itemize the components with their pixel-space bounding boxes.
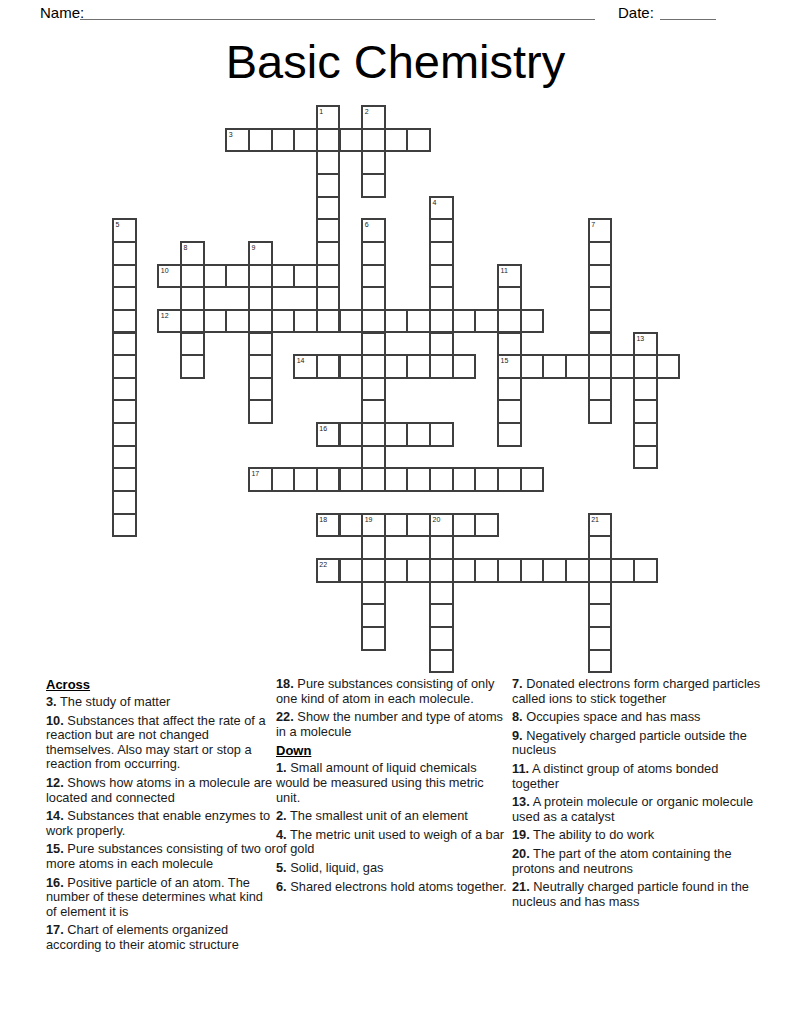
crossword-cell[interactable] (429, 467, 454, 492)
crossword-cell[interactable] (497, 332, 522, 357)
crossword-cell[interactable] (361, 150, 386, 175)
crossword-cell[interactable] (271, 264, 296, 289)
crossword-cell[interactable] (452, 354, 477, 379)
name-label: Name: (40, 4, 84, 21)
crossword-cell[interactable] (271, 309, 296, 334)
crossword-cell[interactable] (361, 377, 386, 402)
down-heading: Down (276, 743, 509, 758)
crossword-cell[interactable] (361, 399, 386, 424)
crossword-cell[interactable] (406, 422, 431, 447)
clue-13: 13. A protein molecule or organic molecu… (512, 795, 764, 824)
crossword-cell[interactable] (112, 332, 137, 357)
clue-7: 7. Donated electrons form charged partic… (512, 677, 764, 706)
crossword-cell[interactable] (361, 354, 386, 379)
clue-3: 3. The study of matter (46, 695, 276, 710)
crossword-cell[interactable] (520, 467, 545, 492)
crossword-cell[interactable] (316, 150, 341, 175)
crossword-cell[interactable] (316, 467, 341, 492)
crossword-cell[interactable] (384, 422, 409, 447)
crossword-cell[interactable] (474, 558, 499, 583)
crossword-cell[interactable] (588, 241, 613, 266)
crossword-cell[interactable] (588, 309, 613, 334)
cell-number: 9 (251, 244, 255, 251)
crossword-cell[interactable] (588, 399, 613, 424)
clue-6: 6. Shared electrons hold atoms together. (276, 880, 509, 895)
crossword-cell[interactable] (633, 354, 658, 379)
crossword-cell[interactable] (406, 513, 431, 538)
crossword-cell[interactable] (588, 603, 613, 628)
crossword-cell[interactable] (293, 309, 318, 334)
crossword-cell[interactable] (361, 581, 386, 606)
crossword-cell[interactable] (248, 377, 273, 402)
crossword-cell[interactable] (271, 467, 296, 492)
crossword-cell[interactable] (361, 422, 386, 447)
crossword-cell[interactable] (452, 513, 477, 538)
crossword-cell[interactable] (429, 558, 454, 583)
crossword-cell[interactable] (429, 354, 454, 379)
clue-17: 17. Chart of elements organized accordin… (46, 923, 276, 952)
clue-1: 1. Small amount of liquid chemicals woul… (276, 761, 509, 805)
cell-number: 20 (433, 516, 441, 523)
crossword-cell[interactable] (316, 218, 341, 243)
crossword-cell[interactable] (361, 332, 386, 357)
cell-number: 16 (319, 425, 327, 432)
crossword-cell[interactable] (361, 264, 386, 289)
crossword-cell[interactable] (497, 286, 522, 311)
crossword-cell[interactable] (429, 286, 454, 311)
clue-19: 19. The ability to do work (512, 828, 764, 843)
cell-number: 18 (319, 516, 327, 523)
crossword-cell[interactable] (112, 445, 137, 470)
cell-number: 19 (365, 516, 373, 523)
crossword-cell[interactable] (361, 445, 386, 470)
clue-4: 4. The metric unit used to weigh of a ba… (276, 828, 509, 857)
crossword-cell[interactable] (588, 332, 613, 357)
crossword-cell[interactable] (248, 128, 273, 153)
crossword-cell[interactable] (248, 399, 273, 424)
cell-number: 4 (433, 199, 437, 206)
crossword-cell[interactable] (361, 128, 386, 153)
crossword-cell[interactable] (429, 422, 454, 447)
crossword-cell[interactable] (271, 128, 296, 153)
clue-column: Across3. The study of matter10. Substanc… (46, 677, 276, 957)
crossword-cell[interactable] (180, 264, 205, 289)
crossword-cell[interactable] (474, 309, 499, 334)
crossword-cell[interactable] (384, 558, 409, 583)
crossword-cell[interactable] (112, 490, 137, 515)
crossword-cell[interactable] (474, 513, 499, 538)
clue-15: 15. Pure substances consisting of two or… (46, 842, 276, 871)
crossword-cell[interactable] (497, 558, 522, 583)
clue-9: 9. Negatively charged particle outside t… (512, 729, 764, 758)
crossword-cell[interactable] (248, 286, 273, 311)
crossword-cell[interactable] (452, 309, 477, 334)
crossword-cell[interactable] (203, 264, 228, 289)
crossword-cell[interactable] (384, 467, 409, 492)
clue-16: 16. Positive particle of an atom. The nu… (46, 876, 276, 920)
crossword-cell[interactable] (316, 354, 341, 379)
crossword-cell[interactable] (316, 128, 341, 153)
crossword-cell[interactable] (384, 309, 409, 334)
crossword-cell[interactable] (112, 354, 137, 379)
crossword-cell[interactable] (429, 264, 454, 289)
crossword-cell[interactable] (633, 558, 658, 583)
crossword-cell[interactable] (497, 467, 522, 492)
crossword-cell[interactable] (361, 558, 386, 583)
crossword-cell[interactable] (497, 309, 522, 334)
crossword-cell[interactable] (610, 354, 635, 379)
crossword-cell[interactable] (429, 535, 454, 560)
crossword-cell[interactable] (339, 128, 364, 153)
crossword-cell[interactable] (361, 286, 386, 311)
clue-2: 2. The smallest unit of an element (276, 809, 509, 824)
clue-21: 21. Neutrally charged particle found in … (512, 880, 764, 909)
crossword-cell[interactable] (112, 241, 137, 266)
crossword-cell[interactable] (497, 399, 522, 424)
crossword-cell[interactable] (361, 309, 386, 334)
crossword-cell[interactable] (112, 513, 137, 538)
crossword-cell[interactable] (225, 309, 250, 334)
cell-number: 8 (183, 244, 187, 251)
crossword-cell[interactable] (361, 467, 386, 492)
crossword-cell[interactable] (339, 354, 364, 379)
crossword-cell[interactable] (542, 354, 567, 379)
crossword-cell[interactable] (429, 581, 454, 606)
crossword-cell[interactable] (316, 309, 341, 334)
crossword-cell[interactable] (452, 467, 477, 492)
crossword-cell[interactable] (497, 422, 522, 447)
crossword-cell[interactable] (588, 558, 613, 583)
crossword-cell[interactable] (112, 467, 137, 492)
across-heading: Across (46, 677, 276, 692)
crossword-cell[interactable] (112, 264, 137, 289)
crossword-cell[interactable] (248, 309, 273, 334)
crossword-cell[interactable] (180, 354, 205, 379)
crossword-cell[interactable] (429, 332, 454, 357)
crossword-cell[interactable] (429, 649, 454, 674)
cell-number: 22 (319, 561, 327, 568)
crossword-cell[interactable] (497, 377, 522, 402)
cell-number: 10 (161, 267, 169, 274)
crossword-cell[interactable] (588, 377, 613, 402)
crossword-cell[interactable] (520, 354, 545, 379)
crossword-cell[interactable] (565, 354, 590, 379)
crossword-cell[interactable] (406, 128, 431, 153)
clue-12: 12. Shows how atoms in a molecule are lo… (46, 776, 276, 805)
date-blank-line (660, 19, 716, 20)
crossword-cell[interactable] (293, 128, 318, 153)
crossword-cell[interactable] (361, 603, 386, 628)
crossword-cell[interactable] (316, 196, 341, 221)
cell-number: 11 (501, 267, 508, 274)
crossword-cell[interactable] (248, 264, 273, 289)
crossword-cell[interactable] (610, 558, 635, 583)
cell-number: 5 (116, 221, 120, 228)
crossword-cell[interactable] (588, 286, 613, 311)
crossword-cell[interactable] (180, 309, 205, 334)
crossword-cell[interactable] (293, 467, 318, 492)
page-title: Basic Chemistry (0, 34, 791, 89)
name-blank-line (80, 19, 595, 20)
crossword-cell[interactable] (429, 241, 454, 266)
clue-22: 22. Show the number and type of atoms in… (276, 710, 509, 739)
crossword-cell[interactable] (520, 309, 545, 334)
crossword-grid: 12345678910111213141516171819202122 (112, 105, 682, 675)
crossword-cell[interactable] (565, 558, 590, 583)
crossword-cell[interactable] (588, 535, 613, 560)
cell-number: 6 (365, 221, 369, 228)
crossword-cell[interactable] (248, 332, 273, 357)
clue-5: 5. Solid, liquid, gas (276, 861, 509, 876)
crossword-cell[interactable] (633, 445, 658, 470)
cell-number: 7 (591, 221, 595, 228)
crossword-cell[interactable] (384, 354, 409, 379)
crossword-cell[interactable] (339, 558, 364, 583)
crossword-cell[interactable] (406, 309, 431, 334)
crossword-cell[interactable] (406, 354, 431, 379)
crossword-cell[interactable] (339, 309, 364, 334)
crossword-cell[interactable] (542, 558, 567, 583)
crossword-cell[interactable] (248, 354, 273, 379)
crossword-cell[interactable] (180, 286, 205, 311)
crossword-cell[interactable] (429, 218, 454, 243)
clue-18: 18. Pure substances consisting of only o… (276, 677, 509, 706)
crossword-cell[interactable] (361, 173, 386, 198)
crossword-cell[interactable] (361, 535, 386, 560)
crossword-cell[interactable] (203, 309, 228, 334)
cell-number: 15 (501, 357, 509, 364)
crossword-cell[interactable] (361, 241, 386, 266)
crossword-cell[interactable] (316, 264, 341, 289)
crossword-cell[interactable] (429, 309, 454, 334)
crossword-cell[interactable] (339, 467, 364, 492)
cell-number: 13 (636, 335, 644, 342)
crossword-cell[interactable] (429, 626, 454, 651)
crossword-cell[interactable] (339, 422, 364, 447)
clue-20: 20. The part of the atom containing the … (512, 847, 764, 876)
clue-column: 18. Pure substances consisting of only o… (276, 677, 509, 898)
cell-number: 14 (297, 357, 305, 364)
crossword-cell[interactable] (361, 626, 386, 651)
crossword-cell[interactable] (112, 377, 137, 402)
cell-number: 3 (229, 131, 233, 138)
crossword-cell[interactable] (406, 467, 431, 492)
crossword-cell[interactable] (588, 649, 613, 674)
cell-number: 1 (319, 108, 323, 115)
crossword-cell[interactable] (316, 241, 341, 266)
crossword-cell[interactable] (656, 354, 681, 379)
crossword-cell[interactable] (316, 286, 341, 311)
crossword-cell[interactable] (339, 513, 364, 538)
crossword-cell[interactable] (293, 264, 318, 289)
crossword-cell[interactable] (633, 399, 658, 424)
crossword-cell[interactable] (474, 467, 499, 492)
crossword-cell[interactable] (588, 264, 613, 289)
crossword-cell[interactable] (112, 399, 137, 424)
crossword-cell[interactable] (633, 377, 658, 402)
cell-number: 12 (161, 312, 169, 319)
cell-number: 17 (251, 470, 259, 477)
cell-number: 21 (591, 516, 599, 523)
clue-column: 7. Donated electrons form charged partic… (512, 677, 764, 913)
cell-number: 2 (365, 108, 369, 115)
crossword-cell[interactable] (588, 626, 613, 651)
crossword-cell[interactable] (112, 422, 137, 447)
crossword-cell[interactable] (180, 332, 205, 357)
crossword-cell[interactable] (112, 309, 137, 334)
crossword-cell[interactable] (588, 581, 613, 606)
crossword-cell[interactable] (384, 513, 409, 538)
date-label: Date: (618, 4, 654, 21)
clue-11: 11. A distinct group of atoms bonded tog… (512, 762, 764, 791)
crossword-cell[interactable] (384, 128, 409, 153)
clue-8: 8. Occupies space and has mass (512, 710, 764, 725)
crossword-cell[interactable] (316, 173, 341, 198)
crossword-cell[interactable] (452, 558, 477, 583)
worksheet-page: Name: Date: Basic Chemistry 123456789101… (0, 0, 791, 1024)
clue-10: 10. Substances that affect the rate of a… (46, 714, 276, 772)
crossword-cell[interactable] (633, 422, 658, 447)
crossword-cell[interactable] (406, 558, 431, 583)
crossword-cell[interactable] (520, 558, 545, 583)
crossword-cell[interactable] (588, 354, 613, 379)
crossword-cell[interactable] (225, 264, 250, 289)
crossword-cell[interactable] (429, 603, 454, 628)
clue-14: 14. Substances that enable enzymes to wo… (46, 809, 276, 838)
crossword-cell[interactable] (112, 286, 137, 311)
